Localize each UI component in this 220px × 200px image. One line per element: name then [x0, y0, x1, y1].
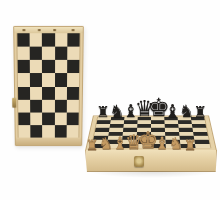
folded-square — [30, 47, 42, 60]
folded-square — [42, 73, 54, 86]
folded-square — [67, 87, 79, 100]
folded-square — [30, 87, 42, 100]
folded-square — [67, 73, 79, 86]
hinge-mark — [53, 29, 56, 31]
hinge-mark — [22, 29, 25, 31]
piece-white-knight: ♞ — [99, 136, 113, 152]
folded-square — [42, 33, 54, 47]
piece-black-rook: ♜ — [96, 105, 109, 120]
folded-square — [30, 112, 42, 125]
box-shadow — [88, 171, 216, 178]
folded-board-grid — [17, 33, 79, 137]
brass-latch — [12, 98, 16, 108]
folded-square — [42, 47, 54, 60]
folded-square — [54, 125, 66, 138]
folded-board-top-rim — [14, 27, 83, 33]
piece-black-knight: ♞ — [179, 103, 194, 120]
folded-square — [55, 112, 67, 125]
piece-white-knight: ♞ — [169, 136, 183, 152]
folded-square — [67, 47, 79, 60]
hinge-mark — [72, 29, 75, 31]
hinge-mark — [38, 29, 41, 31]
folded-square — [42, 112, 54, 125]
folded-square — [55, 47, 67, 60]
photo-backdrop: ♜♞♝♛♚♝♞♜♜♞♝♛♚♝♞♜ — [0, 0, 220, 200]
folded-square — [42, 99, 54, 112]
folded-square — [42, 60, 54, 73]
folded-square — [67, 33, 80, 47]
folded-board-bottom-frame — [16, 138, 82, 146]
piece-black-rook: ♜ — [194, 105, 207, 120]
folded-square — [18, 125, 30, 138]
folded-chessboard — [13, 26, 84, 146]
folded-square — [30, 99, 42, 112]
box-front-panel — [85, 150, 217, 172]
folded-square — [18, 99, 30, 112]
folded-square — [17, 47, 29, 60]
folded-square — [55, 73, 67, 86]
folded-square — [18, 112, 30, 125]
folded-square — [67, 99, 79, 112]
folded-square — [55, 33, 68, 47]
folded-square — [66, 125, 78, 138]
piece-white-bishop: ♝ — [154, 135, 169, 152]
folded-square — [30, 33, 43, 47]
folded-square — [17, 33, 30, 47]
folded-square — [18, 87, 30, 100]
folded-square — [55, 87, 67, 100]
piece-white-rook: ♜ — [86, 138, 99, 152]
folded-square — [42, 87, 54, 100]
piece-white-rook: ♜ — [184, 138, 197, 152]
folded-square — [30, 73, 42, 86]
folded-square — [30, 60, 42, 73]
brass-clasp — [134, 156, 144, 167]
folded-square — [67, 60, 79, 73]
square-h1 — [195, 144, 211, 148]
folded-square — [67, 112, 79, 125]
folded-square — [42, 125, 54, 138]
folded-square — [30, 125, 42, 138]
folded-square — [18, 73, 30, 86]
folded-square — [55, 99, 67, 112]
folded-square — [18, 60, 30, 73]
folded-square — [55, 60, 67, 73]
